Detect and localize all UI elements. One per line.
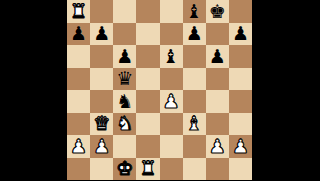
square-a8[interactable]: ♜ (67, 0, 90, 23)
square-c5[interactable]: ♛ (113, 68, 136, 91)
square-e1[interactable] (160, 158, 183, 181)
square-a1[interactable] (67, 158, 90, 181)
piece-black-pawn[interactable]: ♟ (186, 24, 203, 43)
square-a5[interactable] (67, 68, 90, 91)
square-a7[interactable]: ♟ (67, 23, 90, 46)
square-e4[interactable]: ♟ (160, 90, 183, 113)
piece-white-king[interactable]: ♚ (116, 159, 133, 178)
square-d7[interactable] (136, 23, 159, 46)
square-d2[interactable] (136, 135, 159, 158)
square-c4[interactable]: ♞ (113, 90, 136, 113)
piece-white-knight[interactable]: ♞ (116, 114, 133, 133)
square-d4[interactable] (136, 90, 159, 113)
square-b4[interactable] (90, 90, 113, 113)
square-h2[interactable]: ♟ (229, 135, 252, 158)
square-d5[interactable] (136, 68, 159, 91)
square-f7[interactable]: ♟ (183, 23, 206, 46)
piece-white-pawn[interactable]: ♟ (232, 136, 249, 155)
square-a6[interactable] (67, 45, 90, 68)
square-e7[interactable] (160, 23, 183, 46)
square-h1[interactable] (229, 158, 252, 181)
square-g4[interactable] (206, 90, 229, 113)
square-g2[interactable]: ♟ (206, 135, 229, 158)
square-g6[interactable]: ♟ (206, 45, 229, 68)
square-f8[interactable]: ♝ (183, 0, 206, 23)
square-b3[interactable]: ♛ (90, 113, 113, 136)
piece-white-rook[interactable]: ♜ (139, 159, 156, 178)
square-d6[interactable] (136, 45, 159, 68)
square-f4[interactable] (183, 90, 206, 113)
square-c8[interactable] (113, 0, 136, 23)
piece-black-pawn[interactable]: ♟ (232, 24, 249, 43)
square-a3[interactable] (67, 113, 90, 136)
piece-black-pawn[interactable]: ♟ (70, 24, 87, 43)
square-f1[interactable] (183, 158, 206, 181)
square-b2[interactable]: ♟ (90, 135, 113, 158)
square-h4[interactable] (229, 90, 252, 113)
square-b6[interactable] (90, 45, 113, 68)
square-e8[interactable] (160, 0, 183, 23)
square-e3[interactable] (160, 113, 183, 136)
square-c6[interactable]: ♟ (113, 45, 136, 68)
chess-board: ♜♝♚♟♟♟♟♟♝♟♛♞♟♛♞♝♟♟♟♟♚♜ (67, 0, 252, 180)
piece-white-queen[interactable]: ♛ (93, 114, 110, 133)
square-b7[interactable]: ♟ (90, 23, 113, 46)
piece-black-queen[interactable]: ♛ (116, 69, 133, 88)
square-f2[interactable] (183, 135, 206, 158)
square-h7[interactable]: ♟ (229, 23, 252, 46)
square-e2[interactable] (160, 135, 183, 158)
piece-white-pawn[interactable]: ♟ (163, 91, 180, 110)
square-f5[interactable] (183, 68, 206, 91)
square-e5[interactable] (160, 68, 183, 91)
square-d3[interactable] (136, 113, 159, 136)
screenshot-stage: ♜♝♚♟♟♟♟♟♝♟♛♞♟♛♞♝♟♟♟♟♚♜ (0, 0, 320, 180)
square-h6[interactable] (229, 45, 252, 68)
square-d8[interactable] (136, 0, 159, 23)
piece-white-rook[interactable]: ♜ (70, 1, 87, 20)
square-a4[interactable] (67, 90, 90, 113)
piece-black-pawn[interactable]: ♟ (209, 46, 226, 65)
piece-white-bishop[interactable]: ♝ (186, 114, 203, 133)
square-e6[interactable]: ♝ (160, 45, 183, 68)
piece-white-pawn[interactable]: ♟ (70, 136, 87, 155)
square-g3[interactable] (206, 113, 229, 136)
square-b8[interactable] (90, 0, 113, 23)
square-g1[interactable] (206, 158, 229, 181)
left-letterbox-bar (0, 0, 67, 180)
piece-white-pawn[interactable]: ♟ (93, 136, 110, 155)
square-g7[interactable] (206, 23, 229, 46)
piece-black-bishop[interactable]: ♝ (186, 1, 203, 20)
square-d1[interactable]: ♜ (136, 158, 159, 181)
piece-black-knight[interactable]: ♞ (116, 91, 133, 110)
square-b5[interactable] (90, 68, 113, 91)
square-b1[interactable] (90, 158, 113, 181)
square-c7[interactable] (113, 23, 136, 46)
square-c2[interactable] (113, 135, 136, 158)
piece-black-bishop[interactable]: ♝ (163, 46, 180, 65)
square-c1[interactable]: ♚ (113, 158, 136, 181)
piece-white-pawn[interactable]: ♟ (209, 136, 226, 155)
square-c3[interactable]: ♞ (113, 113, 136, 136)
square-h5[interactable] (229, 68, 252, 91)
square-g8[interactable]: ♚ (206, 0, 229, 23)
piece-black-pawn[interactable]: ♟ (116, 46, 133, 65)
square-h3[interactable] (229, 113, 252, 136)
square-f6[interactable] (183, 45, 206, 68)
square-g5[interactable] (206, 68, 229, 91)
piece-black-pawn[interactable]: ♟ (93, 24, 110, 43)
square-a2[interactable]: ♟ (67, 135, 90, 158)
right-letterbox-bar (252, 0, 320, 180)
square-f3[interactable]: ♝ (183, 113, 206, 136)
piece-black-king[interactable]: ♚ (209, 1, 226, 20)
square-h8[interactable] (229, 0, 252, 23)
